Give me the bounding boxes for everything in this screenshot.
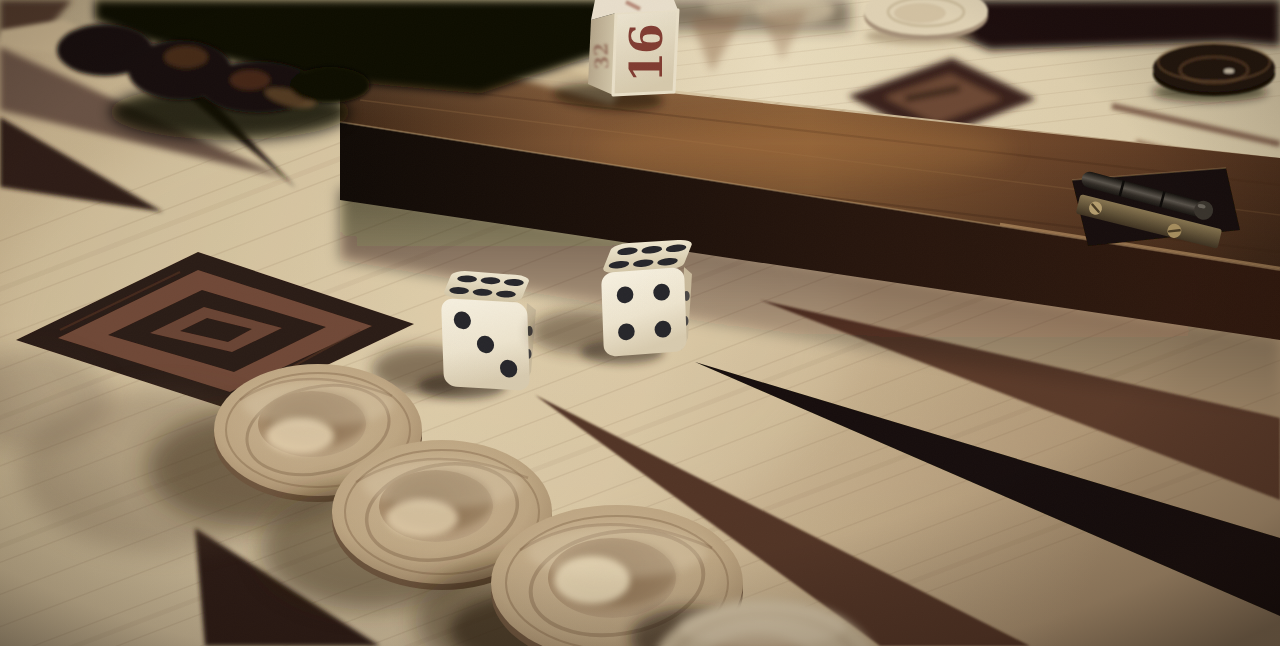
backgammon-photo-scene: 16 32 [0, 0, 1280, 646]
scene-canvas: 16 32 [0, 0, 1280, 646]
vignette [0, 0, 1280, 646]
